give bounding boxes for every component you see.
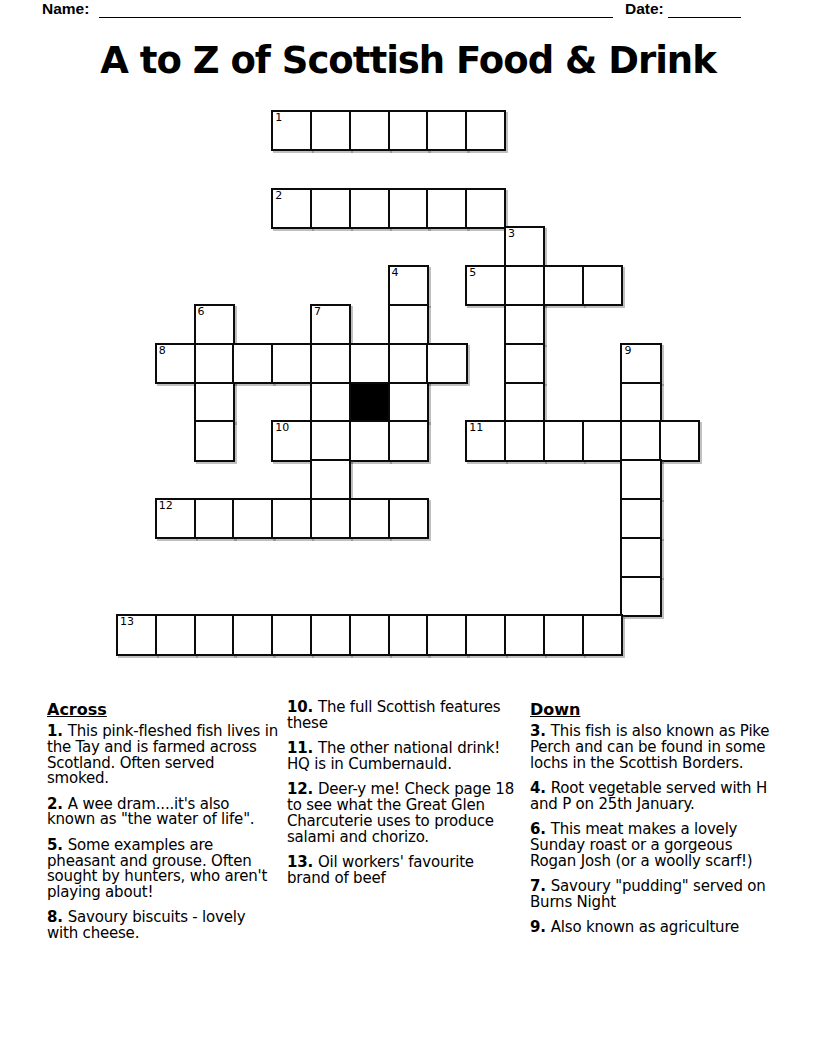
clue-down-3: 3.This fish is also known as Pike Perch …: [530, 724, 780, 771]
cell-r9-c5[interactable]: [310, 459, 351, 500]
cell-r13-c5[interactable]: [310, 614, 351, 655]
page-title: A to Z of Scottish Food & Drink: [0, 39, 816, 82]
crossword-worksheet-page: Name: Date: A to Z of Scottish Food & Dr…: [0, 0, 816, 1056]
name-label: Name:: [42, 0, 89, 18]
cell-r6-c2[interactable]: [194, 343, 235, 384]
cell-r13-c12[interactable]: [582, 614, 623, 655]
clue-down-4: 4.Root vegetable served with H and P on …: [530, 781, 780, 813]
cell-r10-c7[interactable]: [388, 498, 429, 539]
cell-r13-c1[interactable]: [155, 614, 196, 655]
clue-across-11: 11.The other national drink! HQ is in Cu…: [287, 741, 519, 773]
cell-r13-c4[interactable]: [271, 614, 312, 655]
cell-r4-c12[interactable]: [582, 265, 623, 306]
cell-r8-c2[interactable]: [194, 420, 235, 461]
cell-r6-c5[interactable]: [310, 343, 351, 384]
clue-down-6: 6.This meat makes a lovely Sunday roast …: [530, 822, 780, 869]
cell-r10-c1[interactable]: 12: [155, 498, 196, 539]
cell-r8-c10[interactable]: [504, 420, 545, 461]
clue-text: This fish is also known as Pike Perch an…: [530, 722, 769, 772]
cell-number-8: 8: [159, 344, 166, 357]
cell-number-12: 12: [159, 499, 173, 512]
cell-r0-c8[interactable]: [426, 110, 467, 151]
cell-r10-c13[interactable]: [620, 498, 661, 539]
cell-r2-c9[interactable]: [465, 188, 506, 229]
cell-r6-c4[interactable]: [271, 343, 312, 384]
crossword-grid: 12345678910111213: [116, 110, 701, 656]
clues-column-across-continued: 10.The full Scottish features these 11.T…: [287, 700, 519, 896]
cell-r6-c8[interactable]: [426, 343, 467, 384]
cell-r10-c2[interactable]: [194, 498, 235, 539]
cell-r2-c6[interactable]: [349, 188, 390, 229]
cell-r2-c8[interactable]: [426, 188, 467, 229]
cell-r2-c4[interactable]: 2: [271, 188, 312, 229]
clue-text: The full Scottish features these: [287, 698, 500, 732]
clue-across-2: 2.A wee dram....it's also known as "the …: [47, 797, 280, 829]
cell-r8-c11[interactable]: [543, 420, 584, 461]
cell-r0-c5[interactable]: [310, 110, 351, 151]
cell-number-9: 9: [624, 344, 631, 357]
clue-across-12: 12.Deer-y me! Check page 18 to see what …: [287, 782, 519, 845]
cell-r8-c5[interactable]: [310, 420, 351, 461]
cell-r13-c10[interactable]: [504, 614, 545, 655]
cell-r12-c13[interactable]: [620, 576, 661, 617]
clue-text: The other national drink! HQ is in Cumbe…: [287, 739, 500, 773]
cell-r10-c3[interactable]: [232, 498, 273, 539]
clue-text: Some examples are pheasant and grouse. O…: [47, 836, 267, 901]
cell-number-2: 2: [275, 189, 282, 202]
clue-down-9: 9.Also known as agriculture: [530, 920, 780, 936]
cell-r0-c7[interactable]: [388, 110, 429, 151]
clues-column-across: Across 1.This pink-fleshed fish lives in…: [47, 700, 280, 952]
cell-r6-c7[interactable]: [388, 343, 429, 384]
cell-r8-c13[interactable]: [620, 420, 661, 461]
clue-text: A wee dram....it's also known as "the wa…: [47, 795, 254, 829]
clue-text: Root vegetable served with H and P on 25…: [530, 779, 767, 813]
clue-across-5: 5.Some examples are pheasant and grouse.…: [47, 838, 280, 901]
cell-r4-c11[interactable]: [543, 265, 584, 306]
cell-r5-c10[interactable]: [504, 304, 545, 345]
clue-text: Savoury biscuits - lovely with cheese.: [47, 908, 245, 942]
cell-r2-c7[interactable]: [388, 188, 429, 229]
cell-r10-c6[interactable]: [349, 498, 390, 539]
cell-r9-c13[interactable]: [620, 459, 661, 500]
clues-column-down: Down 3.This fish is also known as Pike P…: [530, 700, 780, 945]
cell-number-3: 3: [508, 227, 515, 240]
cell-r8-c4[interactable]: 10: [271, 420, 312, 461]
cell-number-5: 5: [469, 266, 476, 279]
cell-r8-c9[interactable]: 11: [465, 420, 506, 461]
cell-r10-c5[interactable]: [310, 498, 351, 539]
cell-r7-c7[interactable]: [388, 382, 429, 423]
cell-r10-c4[interactable]: [271, 498, 312, 539]
clue-across-8: 8.Savoury biscuits - lovely with cheese.: [47, 910, 280, 942]
cell-r6-c6[interactable]: [349, 343, 390, 384]
cell-r5-c5[interactable]: 7: [310, 304, 351, 345]
name-input-line[interactable]: [99, 2, 613, 18]
cell-r6-c1[interactable]: 8: [155, 343, 196, 384]
clue-text: Deer-y me! Check page 18 to see what the…: [287, 780, 514, 845]
cell-number-10: 10: [275, 421, 289, 434]
cell-r13-c7[interactable]: [388, 614, 429, 655]
cell-r8-c7[interactable]: [388, 420, 429, 461]
date-label: Date:: [625, 0, 664, 18]
cell-number-4: 4: [392, 266, 399, 279]
cell-r8-c12[interactable]: [582, 420, 623, 461]
cell-r13-c8[interactable]: [426, 614, 467, 655]
cell-r0-c4[interactable]: 1: [271, 110, 312, 151]
cell-r3-c10[interactable]: 3: [504, 226, 545, 267]
cell-number-1: 1: [275, 111, 282, 124]
cell-r5-c7[interactable]: [388, 304, 429, 345]
cell-r13-c3[interactable]: [232, 614, 273, 655]
clue-number: 9.: [530, 918, 551, 936]
clue-across-13: 13.Oil workers' favourite brand of beef: [287, 855, 519, 887]
cell-r13-c6[interactable]: [349, 614, 390, 655]
cell-r13-c2[interactable]: [194, 614, 235, 655]
date-input-line[interactable]: [668, 2, 741, 18]
cell-number-6: 6: [198, 305, 205, 318]
down-header: Down: [530, 700, 780, 719]
clue-text: Also known as agriculture: [551, 918, 739, 936]
cell-r7-c10[interactable]: [504, 382, 545, 423]
across-header: Across: [47, 700, 280, 719]
cell-r11-c13[interactable]: [620, 537, 661, 578]
cell-r6-c13[interactable]: 9: [620, 343, 661, 384]
cell-number-13: 13: [120, 615, 134, 628]
cell-r0-c6[interactable]: [349, 110, 390, 151]
cell-number-7: 7: [314, 305, 321, 318]
cell-number-11: 11: [469, 421, 483, 434]
cell-r4-c10[interactable]: [504, 265, 545, 306]
cell-r4-c7[interactable]: 4: [388, 265, 429, 306]
cell-r6-c3[interactable]: [232, 343, 273, 384]
cell-r5-c2[interactable]: 6: [194, 304, 235, 345]
clue-text: Savoury "pudding" served on Burns Night: [530, 877, 766, 911]
clue-down-7: 7.Savoury "pudding" served on Burns Nigh…: [530, 879, 780, 911]
cell-r4-c9[interactable]: 5: [465, 265, 506, 306]
cell-r7-c5[interactable]: [310, 382, 351, 423]
cell-r13-c9[interactable]: [465, 614, 506, 655]
black-cell-r7-c6: [349, 382, 390, 423]
cell-r7-c13[interactable]: [620, 382, 661, 423]
cell-r2-c5[interactable]: [310, 188, 351, 229]
cell-r13-c0[interactable]: 13: [116, 614, 157, 655]
clue-text: This pink-fleshed fish lives in the Tay …: [47, 722, 278, 787]
cell-r6-c10[interactable]: [504, 343, 545, 384]
cell-r7-c2[interactable]: [194, 382, 235, 423]
clue-across-10: 10.The full Scottish features these: [287, 700, 519, 732]
cell-r0-c9[interactable]: [465, 110, 506, 151]
cell-r8-c6[interactable]: [349, 420, 390, 461]
clue-text: This meat makes a lovely Sunday roast or…: [530, 820, 753, 870]
clue-across-1: 1.This pink-fleshed fish lives in the Ta…: [47, 724, 280, 787]
cell-r13-c11[interactable]: [543, 614, 584, 655]
cell-r8-c14[interactable]: [659, 420, 700, 461]
